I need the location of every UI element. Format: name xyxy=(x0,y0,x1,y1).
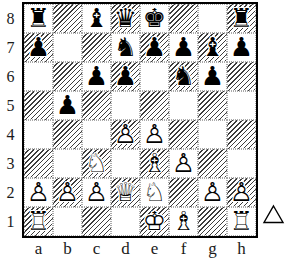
square-d8[interactable]: ♛♛ xyxy=(111,4,140,33)
chess-board: ♜♜♝♝♛♛♚♚♜♜♟♟♞♞♟♟♟♟♝♝♟♟♟♟♟♟♞♞♟♟♟♟♟♙♟♙♞♘♝♗… xyxy=(24,4,256,236)
white-pawn: ♟♙ xyxy=(169,149,198,178)
square-f4[interactable] xyxy=(169,120,198,149)
square-a1[interactable]: ♜♖ xyxy=(24,207,53,236)
black-knight: ♞♞ xyxy=(169,62,198,91)
file-label-c: c xyxy=(82,238,111,259)
square-d4[interactable]: ♟♙ xyxy=(111,120,140,149)
square-g7[interactable]: ♝♝ xyxy=(198,33,227,62)
file-label-h: h xyxy=(227,238,256,259)
black-pawn: ♟♟ xyxy=(227,33,256,62)
square-b8[interactable] xyxy=(53,4,82,33)
square-c2[interactable]: ♟♙ xyxy=(82,178,111,207)
square-h2[interactable]: ♟♙ xyxy=(227,178,256,207)
square-e5[interactable] xyxy=(140,91,169,120)
white-rook: ♜♖ xyxy=(24,207,53,236)
black-rook: ♜♜ xyxy=(227,4,256,33)
square-b7[interactable] xyxy=(53,33,82,62)
square-c4[interactable] xyxy=(82,120,111,149)
black-pawn: ♟♟ xyxy=(169,33,198,62)
rank-labels: 87654321 xyxy=(0,4,21,236)
square-e7[interactable]: ♟♟ xyxy=(140,33,169,62)
square-h3[interactable] xyxy=(227,149,256,178)
white-queen: ♛♕ xyxy=(111,178,140,207)
rank-label-3: 3 xyxy=(0,149,21,178)
square-e1[interactable]: ♚♔ xyxy=(140,207,169,236)
file-label-e: e xyxy=(140,238,169,259)
square-e6[interactable] xyxy=(140,62,169,91)
rank-label-4: 4 xyxy=(0,120,21,149)
white-pawn: ♟♙ xyxy=(140,120,169,149)
square-a7[interactable]: ♟♟ xyxy=(24,33,53,62)
square-f6[interactable]: ♞♞ xyxy=(169,62,198,91)
black-pawn: ♟♟ xyxy=(140,33,169,62)
square-d3[interactable] xyxy=(111,149,140,178)
square-g2[interactable]: ♟♙ xyxy=(198,178,227,207)
chess-diagram: 87654321 ♜♜♝♝♛♛♚♚♜♜♟♟♞♞♟♟♟♟♝♝♟♟♟♟♟♟♞♞♟♟♟… xyxy=(0,0,286,259)
black-pawn: ♟♟ xyxy=(198,62,227,91)
rank-label-2: 2 xyxy=(0,178,21,207)
file-label-a: a xyxy=(24,238,53,259)
square-c5[interactable] xyxy=(82,91,111,120)
white-pawn: ♟♙ xyxy=(227,178,256,207)
square-a4[interactable] xyxy=(24,120,53,149)
file-label-b: b xyxy=(53,238,82,259)
rank-label-5: 5 xyxy=(0,91,21,120)
square-f8[interactable] xyxy=(169,4,198,33)
square-e4[interactable]: ♟♙ xyxy=(140,120,169,149)
black-pawn: ♟♟ xyxy=(111,62,140,91)
square-c1[interactable] xyxy=(82,207,111,236)
white-pawn: ♟♙ xyxy=(24,178,53,207)
square-b2[interactable]: ♟♙ xyxy=(53,178,82,207)
square-a2[interactable]: ♟♙ xyxy=(24,178,53,207)
black-pawn: ♟♟ xyxy=(82,62,111,91)
square-e8[interactable]: ♚♚ xyxy=(140,4,169,33)
square-f1[interactable]: ♝♗ xyxy=(169,207,198,236)
square-b4[interactable] xyxy=(53,120,82,149)
square-h4[interactable] xyxy=(227,120,256,149)
white-king: ♚♔ xyxy=(140,207,169,236)
white-rook: ♜♖ xyxy=(227,207,256,236)
square-f2[interactable] xyxy=(169,178,198,207)
square-a5[interactable] xyxy=(24,91,53,120)
square-b6[interactable] xyxy=(53,62,82,91)
black-knight: ♞♞ xyxy=(111,33,140,62)
square-g5[interactable] xyxy=(198,91,227,120)
square-g4[interactable] xyxy=(198,120,227,149)
square-h6[interactable] xyxy=(227,62,256,91)
square-h5[interactable] xyxy=(227,91,256,120)
square-b5[interactable]: ♟♟ xyxy=(53,91,82,120)
square-g1[interactable] xyxy=(198,207,227,236)
square-h8[interactable]: ♜♜ xyxy=(227,4,256,33)
white-pawn: ♟♙ xyxy=(82,178,111,207)
black-king: ♚♚ xyxy=(140,4,169,33)
square-a8[interactable]: ♜♜ xyxy=(24,4,53,33)
square-g3[interactable] xyxy=(198,149,227,178)
black-bishop: ♝♝ xyxy=(198,33,227,62)
square-f3[interactable]: ♟♙ xyxy=(169,149,198,178)
square-f5[interactable] xyxy=(169,91,198,120)
rank-label-8: 8 xyxy=(0,4,21,33)
square-d6[interactable]: ♟♟ xyxy=(111,62,140,91)
square-g8[interactable] xyxy=(198,4,227,33)
file-label-f: f xyxy=(169,238,198,259)
square-f7[interactable]: ♟♟ xyxy=(169,33,198,62)
file-labels: abcdefgh xyxy=(24,238,256,259)
square-e2[interactable]: ♞♘ xyxy=(140,178,169,207)
black-queen: ♛♛ xyxy=(111,4,140,33)
white-bishop: ♝♗ xyxy=(169,207,198,236)
square-h1[interactable]: ♜♖ xyxy=(227,207,256,236)
square-d1[interactable] xyxy=(111,207,140,236)
square-b3[interactable] xyxy=(53,149,82,178)
square-d7[interactable]: ♞♞ xyxy=(111,33,140,62)
file-label-d: d xyxy=(111,238,140,259)
black-pawn: ♟♟ xyxy=(53,91,82,120)
square-e3[interactable]: ♝♗ xyxy=(140,149,169,178)
square-b1[interactable] xyxy=(53,207,82,236)
rank-label-6: 6 xyxy=(0,62,21,91)
square-d5[interactable] xyxy=(111,91,140,120)
white-knight: ♞♘ xyxy=(82,149,111,178)
square-h7[interactable]: ♟♟ xyxy=(227,33,256,62)
white-pawn: ♟♙ xyxy=(53,178,82,207)
white-to-move-triangle-icon xyxy=(262,204,285,225)
white-pawn: ♟♙ xyxy=(198,178,227,207)
square-a3[interactable] xyxy=(24,149,53,178)
board-frame: ♜♜♝♝♛♛♚♚♜♜♟♟♞♞♟♟♟♟♝♝♟♟♟♟♟♟♞♞♟♟♟♟♟♙♟♙♞♘♝♗… xyxy=(22,2,258,238)
square-a6[interactable] xyxy=(24,62,53,91)
square-c7[interactable] xyxy=(82,33,111,62)
square-g6[interactable]: ♟♟ xyxy=(198,62,227,91)
rank-label-7: 7 xyxy=(0,33,21,62)
black-pawn: ♟♟ xyxy=(24,33,53,62)
white-pawn: ♟♙ xyxy=(111,120,140,149)
square-c3[interactable]: ♞♘ xyxy=(82,149,111,178)
square-d2[interactable]: ♛♕ xyxy=(111,178,140,207)
file-label-g: g xyxy=(198,238,227,259)
white-bishop: ♝♗ xyxy=(140,149,169,178)
rank-label-1: 1 xyxy=(0,207,21,236)
white-knight: ♞♘ xyxy=(140,178,169,207)
square-c6[interactable]: ♟♟ xyxy=(82,62,111,91)
black-bishop: ♝♝ xyxy=(82,4,111,33)
square-c8[interactable]: ♝♝ xyxy=(82,4,111,33)
black-rook: ♜♜ xyxy=(24,4,53,33)
